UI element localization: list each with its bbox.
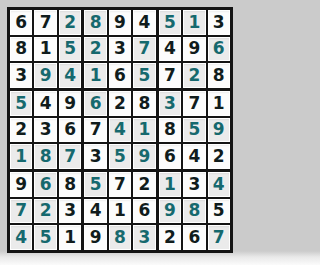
cell-r4c2[interactable]: 4 xyxy=(34,91,56,116)
cell-r9c7[interactable]: 2 xyxy=(159,225,181,250)
cell-r7c6[interactable]: 2 xyxy=(133,172,155,197)
cell-r3c7[interactable]: 7 xyxy=(159,63,181,88)
cell-r7c9[interactable]: 4 xyxy=(208,172,230,197)
cell-r2c4[interactable]: 2 xyxy=(84,37,106,62)
cell-r3c2[interactable]: 9 xyxy=(34,63,56,88)
cell-r2c2[interactable]: 1 xyxy=(34,37,56,62)
sudoku-box-8: 572416983 xyxy=(84,172,155,250)
sudoku-box-3: 513496728 xyxy=(159,10,230,88)
cell-r4c4[interactable]: 6 xyxy=(84,91,106,116)
cell-r2c9[interactable]: 6 xyxy=(208,37,230,62)
cell-r4c9[interactable]: 1 xyxy=(208,91,230,116)
cell-r1c1[interactable]: 6 xyxy=(10,10,32,35)
cell-r5c6[interactable]: 1 xyxy=(133,118,155,143)
cell-r8c3[interactable]: 3 xyxy=(59,199,81,224)
cell-r9c5[interactable]: 8 xyxy=(109,225,131,250)
cell-r6c2[interactable]: 8 xyxy=(34,144,56,169)
cell-r2c8[interactable]: 9 xyxy=(183,37,205,62)
cell-r4c5[interactable]: 2 xyxy=(109,91,131,116)
cell-r6c7[interactable]: 6 xyxy=(159,144,181,169)
sudoku-box-2: 894237165 xyxy=(84,10,155,88)
sudoku-box-7: 968723451 xyxy=(10,172,81,250)
cell-r8c2[interactable]: 2 xyxy=(34,199,56,224)
cell-r4c7[interactable]: 3 xyxy=(159,91,181,116)
cell-r2c6[interactable]: 7 xyxy=(133,37,155,62)
cell-r3c8[interactable]: 2 xyxy=(183,63,205,88)
sudoku-box-4: 549236187 xyxy=(10,91,81,169)
cell-r4c1[interactable]: 5 xyxy=(10,91,32,116)
cell-r3c4[interactable]: 1 xyxy=(84,63,106,88)
cell-r2c7[interactable]: 4 xyxy=(159,37,181,62)
cell-r3c6[interactable]: 5 xyxy=(133,63,155,88)
cell-r8c6[interactable]: 6 xyxy=(133,199,155,224)
cell-r2c5[interactable]: 3 xyxy=(109,37,131,62)
cell-r5c8[interactable]: 5 xyxy=(183,118,205,143)
cell-r8c7[interactable]: 9 xyxy=(159,199,181,224)
cell-r7c2[interactable]: 6 xyxy=(34,172,56,197)
sudoku-box-1: 672815394 xyxy=(10,10,81,88)
cell-r8c9[interactable]: 5 xyxy=(208,199,230,224)
sudoku-board: 6728153948942371655134967285492361876287… xyxy=(10,10,230,250)
cell-r1c7[interactable]: 5 xyxy=(159,10,181,35)
cell-r6c4[interactable]: 3 xyxy=(84,144,106,169)
cell-r5c4[interactable]: 7 xyxy=(84,118,106,143)
cell-r2c1[interactable]: 8 xyxy=(10,37,32,62)
cell-r6c5[interactable]: 5 xyxy=(109,144,131,169)
cell-r5c9[interactable]: 9 xyxy=(208,118,230,143)
cell-r7c7[interactable]: 1 xyxy=(159,172,181,197)
cell-r8c1[interactable]: 7 xyxy=(10,199,32,224)
cell-r3c5[interactable]: 6 xyxy=(109,63,131,88)
cell-r9c4[interactable]: 9 xyxy=(84,225,106,250)
cell-r1c8[interactable]: 1 xyxy=(183,10,205,35)
cell-r1c2[interactable]: 7 xyxy=(34,10,56,35)
cell-r5c7[interactable]: 8 xyxy=(159,118,181,143)
cell-r3c9[interactable]: 8 xyxy=(208,63,230,88)
cell-r9c1[interactable]: 4 xyxy=(10,225,32,250)
cell-r6c8[interactable]: 4 xyxy=(183,144,205,169)
cell-r7c8[interactable]: 3 xyxy=(183,172,205,197)
cell-r6c9[interactable]: 2 xyxy=(208,144,230,169)
cell-r9c8[interactable]: 6 xyxy=(183,225,205,250)
cell-r3c3[interactable]: 4 xyxy=(59,63,81,88)
cell-r4c8[interactable]: 7 xyxy=(183,91,205,116)
cell-r8c8[interactable]: 8 xyxy=(183,199,205,224)
cell-r1c9[interactable]: 3 xyxy=(208,10,230,35)
cell-r7c3[interactable]: 8 xyxy=(59,172,81,197)
sudoku-board-frame: 6728153948942371655134967285492361876287… xyxy=(7,7,233,253)
cell-r6c3[interactable]: 7 xyxy=(59,144,81,169)
cell-r9c9[interactable]: 7 xyxy=(208,225,230,250)
sudoku-box-9: 134985267 xyxy=(159,172,230,250)
cell-r7c1[interactable]: 9 xyxy=(10,172,32,197)
cell-r9c3[interactable]: 1 xyxy=(59,225,81,250)
cell-r9c6[interactable]: 3 xyxy=(133,225,155,250)
cell-r5c2[interactable]: 3 xyxy=(34,118,56,143)
cell-r1c3[interactable]: 2 xyxy=(59,10,81,35)
cell-r1c5[interactable]: 9 xyxy=(109,10,131,35)
cell-r7c5[interactable]: 7 xyxy=(109,172,131,197)
cell-r7c4[interactable]: 5 xyxy=(84,172,106,197)
cell-r5c1[interactable]: 2 xyxy=(10,118,32,143)
cell-r8c4[interactable]: 4 xyxy=(84,199,106,224)
cell-r3c1[interactable]: 3 xyxy=(10,63,32,88)
cell-r1c6[interactable]: 4 xyxy=(133,10,155,35)
cell-r4c3[interactable]: 9 xyxy=(59,91,81,116)
cell-r2c3[interactable]: 5 xyxy=(59,37,81,62)
cell-r1c4[interactable]: 8 xyxy=(84,10,106,35)
sudoku-box-5: 628741359 xyxy=(84,91,155,169)
cell-r5c3[interactable]: 6 xyxy=(59,118,81,143)
cell-r6c1[interactable]: 1 xyxy=(10,144,32,169)
sudoku-box-6: 371859642 xyxy=(159,91,230,169)
cell-r4c6[interactable]: 8 xyxy=(133,91,155,116)
cell-r8c5[interactable]: 1 xyxy=(109,199,131,224)
cell-r5c5[interactable]: 4 xyxy=(109,118,131,143)
cell-r6c6[interactable]: 9 xyxy=(133,144,155,169)
cell-r9c2[interactable]: 5 xyxy=(34,225,56,250)
